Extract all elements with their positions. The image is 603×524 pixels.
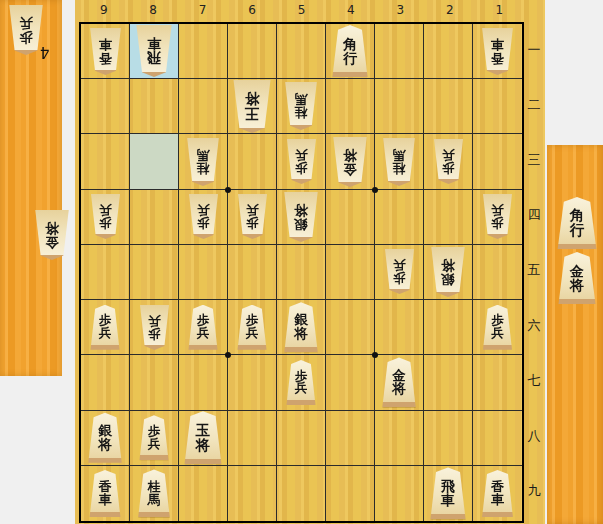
square-29[interactable]: 飛車: [424, 466, 473, 521]
koma-sente-pawn[interactable]: 歩兵: [285, 360, 318, 405]
square-48[interactable]: [326, 411, 375, 466]
koma-gote-knight[interactable]: 桂馬: [185, 138, 221, 186]
koma-kanji: 将: [392, 382, 406, 396]
koma-kanji: 兵: [491, 327, 504, 340]
koma-kanji: 馬: [148, 493, 161, 506]
square-64[interactable]: 歩兵: [228, 190, 277, 245]
koma-gote-pawn[interactable]: 歩兵: [285, 139, 318, 184]
koma-gote-pawn[interactable]: 歩兵: [138, 305, 171, 350]
koma-kanji: 将: [294, 327, 308, 341]
koma-gote-pawn[interactable]: 歩兵: [432, 139, 465, 184]
koma-gote-rook[interactable]: 飛車: [134, 25, 174, 77]
koma-kanji: 銀: [441, 272, 455, 286]
square-28[interactable]: [424, 411, 473, 466]
koma-gote-king[interactable]: 王将: [231, 80, 273, 133]
koma-kanji: 将: [245, 92, 260, 107]
square-67[interactable]: [228, 355, 277, 410]
koma-gote-pawn[interactable]: 歩兵: [383, 249, 416, 294]
square-42[interactable]: [326, 79, 375, 134]
square-14[interactable]: 歩兵: [473, 190, 522, 245]
koma-kanji: 香: [99, 51, 112, 64]
file-labels: 987654321: [79, 0, 524, 22]
koma-kanji: 車: [491, 493, 504, 506]
square-56[interactable]: 銀将: [277, 300, 326, 355]
square-17[interactable]: [473, 355, 522, 410]
square-16[interactable]: 歩兵: [473, 300, 522, 355]
square-54[interactable]: 銀将: [277, 190, 326, 245]
koma-gote-lance[interactable]: 香車: [480, 28, 515, 75]
koma-kanji: 兵: [197, 327, 210, 340]
square-58[interactable]: [277, 411, 326, 466]
square-21[interactable]: [424, 24, 473, 79]
square-71[interactable]: [179, 24, 228, 79]
square-18[interactable]: [473, 411, 522, 466]
square-63[interactable]: [228, 134, 277, 189]
square-31[interactable]: [375, 24, 424, 79]
square-74[interactable]: 歩兵: [179, 190, 228, 245]
square-62[interactable]: 王将: [228, 79, 277, 134]
star-point: [372, 352, 378, 358]
square-59[interactable]: [277, 466, 326, 521]
koma-kanji: 将: [98, 438, 112, 452]
square-93[interactable]: [81, 134, 130, 189]
square-22[interactable]: [424, 79, 473, 134]
koma-sente-lance[interactable]: 香車: [480, 470, 515, 517]
koma-kanji: 歩: [148, 327, 161, 340]
square-85[interactable]: [130, 245, 179, 300]
rank-label-8: 八: [524, 409, 544, 464]
square-94[interactable]: 歩兵: [81, 190, 130, 245]
star-point: [225, 352, 231, 358]
koma-kanji: 歩: [197, 217, 210, 230]
square-92[interactable]: [81, 79, 130, 134]
square-43[interactable]: 金将: [326, 134, 375, 189]
koma-kanji: 桂: [197, 162, 210, 175]
koma-gote-silver[interactable]: 銀将: [429, 247, 467, 297]
koma-kanji: 兵: [246, 204, 259, 217]
square-72[interactable]: [179, 79, 228, 134]
square-35[interactable]: 歩兵: [375, 245, 424, 300]
koma-sente-gold[interactable]: 金将: [380, 357, 418, 407]
file-label-1: 1: [475, 0, 524, 22]
shogi-board: 987654321 一二三四五六七八九 香車飛車角行香車王将桂馬桂馬歩兵金将桂馬…: [75, 0, 545, 524]
koma-kanji: 歩: [393, 272, 406, 285]
koma-gote-pawn[interactable]: 歩兵: [187, 194, 220, 239]
koma-kanji: 歩: [491, 217, 504, 230]
koma-kanji: 兵: [99, 204, 112, 217]
square-61[interactable]: [228, 24, 277, 79]
square-89[interactable]: 桂馬: [130, 466, 179, 521]
koma-kanji: 兵: [197, 204, 210, 217]
square-15[interactable]: [473, 245, 522, 300]
square-87[interactable]: [130, 355, 179, 410]
square-12[interactable]: [473, 79, 522, 134]
koma-kanji: 兵: [246, 327, 259, 340]
koma-sente-silver[interactable]: 銀将: [282, 302, 320, 352]
koma-kanji: 兵: [295, 382, 308, 395]
square-66[interactable]: 歩兵: [228, 300, 277, 355]
rank-label-9: 九: [524, 464, 544, 519]
koma-kanji: 桂: [393, 162, 406, 175]
square-82[interactable]: [130, 79, 179, 134]
rank-label-5: 五: [524, 243, 544, 298]
koma-kanji: 歩: [295, 162, 308, 175]
square-97[interactable]: [81, 355, 130, 410]
koma-kanji: 将: [294, 203, 308, 217]
koma-kanji: 王: [245, 106, 260, 121]
square-39[interactable]: [375, 466, 424, 521]
square-68[interactable]: [228, 411, 277, 466]
file-label-2: 2: [425, 0, 474, 22]
square-88[interactable]: 歩兵: [130, 411, 179, 466]
koma-kanji: 兵: [491, 204, 504, 217]
square-75[interactable]: [179, 245, 228, 300]
file-label-3: 3: [376, 0, 425, 22]
square-83[interactable]: [130, 134, 179, 189]
koma-kanji: 歩: [99, 217, 112, 230]
koma-kanji: 車: [99, 493, 112, 506]
square-96[interactable]: 歩兵: [81, 300, 130, 355]
koma-sente-knight[interactable]: 桂馬: [136, 469, 172, 517]
koma-sente-king[interactable]: 玉将: [182, 411, 224, 464]
square-69[interactable]: [228, 466, 277, 521]
square-13[interactable]: [473, 134, 522, 189]
koma-gote-silver[interactable]: 銀将: [282, 192, 320, 242]
square-99[interactable]: 香車: [81, 466, 130, 521]
koma-kanji: 車: [491, 38, 504, 51]
square-51[interactable]: [277, 24, 326, 79]
square-27[interactable]: [424, 355, 473, 410]
rank-label-6: 六: [524, 298, 544, 353]
koma-sente-lance[interactable]: 香車: [88, 470, 123, 517]
koma-gote-pawn[interactable]: 歩兵: [236, 194, 269, 239]
koma-kanji: 飛: [147, 51, 161, 65]
koma-sente-silver[interactable]: 銀将: [86, 413, 124, 463]
file-label-9: 9: [79, 0, 128, 22]
star-point: [225, 187, 231, 193]
rank-label-3: 三: [524, 132, 544, 187]
square-32[interactable]: [375, 79, 424, 134]
koma-kanji: 飛: [441, 479, 455, 493]
koma-kanji: 兵: [19, 16, 33, 30]
koma-kanji: 玉: [196, 423, 211, 438]
koma-sente-bishop[interactable]: 角行: [330, 25, 370, 77]
square-91[interactable]: 香車: [81, 24, 130, 79]
koma-kanji: 金: [570, 264, 584, 278]
square-44[interactable]: [326, 190, 375, 245]
koma-kanji: 桂: [295, 106, 308, 119]
koma-kanji: 歩: [246, 217, 259, 230]
koma-sente-rook[interactable]: 飛車: [428, 467, 468, 519]
square-57[interactable]: 歩兵: [277, 355, 326, 410]
koma-kanji: 歩: [19, 30, 33, 44]
square-78[interactable]: 玉将: [179, 411, 228, 466]
rank-label-7: 七: [524, 353, 544, 408]
koma-kanji: 香: [99, 480, 112, 493]
koma-gote-pawn[interactable]: 歩兵: [481, 194, 514, 239]
square-33[interactable]: 桂馬: [375, 134, 424, 189]
square-19[interactable]: 香車: [473, 466, 522, 521]
square-55[interactable]: [277, 245, 326, 300]
koma-kanji: 兵: [148, 438, 161, 451]
koma-kanji: 車: [441, 493, 455, 507]
star-point: [372, 187, 378, 193]
square-45[interactable]: [326, 245, 375, 300]
square-41[interactable]: 角行: [326, 24, 375, 79]
koma-kanji: 香: [491, 480, 504, 493]
board-grid: 香車飛車角行香車王将桂馬桂馬歩兵金将桂馬歩兵歩兵歩兵歩兵銀将歩兵歩兵銀将歩兵歩兵…: [79, 22, 524, 523]
square-46[interactable]: [326, 300, 375, 355]
square-53[interactable]: 歩兵: [277, 134, 326, 189]
square-34[interactable]: [375, 190, 424, 245]
rank-labels: 一二三四五六七八九: [524, 22, 544, 519]
koma-kanji: 兵: [99, 327, 112, 340]
koma-kanji: 馬: [197, 148, 210, 161]
koma-sente-pawn[interactable]: 歩兵: [138, 415, 171, 460]
koma-kanji: 将: [570, 278, 584, 292]
file-label-7: 7: [178, 0, 227, 22]
koma-sente-pawn[interactable]: 歩兵: [89, 305, 122, 350]
rank-label-4: 四: [524, 188, 544, 243]
square-76[interactable]: 歩兵: [179, 300, 228, 355]
koma-kanji: 桂: [148, 480, 161, 493]
square-11[interactable]: 香車: [473, 24, 522, 79]
square-26[interactable]: [424, 300, 473, 355]
square-84[interactable]: [130, 190, 179, 245]
shogi-app: 987654321 一二三四五六七八九 香車飛車角行香車王将桂馬桂馬歩兵金将桂馬…: [0, 0, 603, 524]
file-label-6: 6: [227, 0, 276, 22]
koma-kanji: 将: [196, 438, 211, 453]
square-98[interactable]: 銀将: [81, 411, 130, 466]
koma-kanji: 兵: [393, 259, 406, 272]
koma-kanji: 馬: [393, 148, 406, 161]
koma-kanji: 車: [147, 37, 161, 51]
koma-kanji: 将: [45, 221, 59, 235]
koma-gote-knight[interactable]: 桂馬: [283, 82, 319, 130]
koma-gote-knight[interactable]: 桂馬: [381, 138, 417, 186]
koma-kanji: 兵: [148, 314, 161, 327]
square-25[interactable]: 銀将: [424, 245, 473, 300]
koma-gote-pawn[interactable]: 歩兵: [89, 194, 122, 239]
koma-kanji: 香: [491, 51, 504, 64]
koma-sente-pawn[interactable]: 歩兵: [187, 305, 220, 350]
koma-kanji: 将: [343, 148, 357, 162]
koma-kanji: 将: [441, 258, 455, 272]
file-label-8: 8: [128, 0, 177, 22]
square-77[interactable]: [179, 355, 228, 410]
square-36[interactable]: [375, 300, 424, 355]
square-95[interactable]: [81, 245, 130, 300]
file-label-4: 4: [326, 0, 375, 22]
square-23[interactable]: 歩兵: [424, 134, 473, 189]
square-73[interactable]: 桂馬: [179, 134, 228, 189]
koma-kanji: 行: [343, 51, 357, 65]
koma-sente-pawn[interactable]: 歩兵: [481, 305, 514, 350]
square-38[interactable]: [375, 411, 424, 466]
square-65[interactable]: [228, 245, 277, 300]
koma-gote-gold[interactable]: 金将: [331, 137, 369, 187]
square-79[interactable]: [179, 466, 228, 521]
square-47[interactable]: [326, 355, 375, 410]
rank-label-1: 一: [524, 22, 544, 77]
koma-sente-pawn[interactable]: 歩兵: [236, 305, 269, 350]
koma-kanji: 角: [343, 37, 357, 51]
koma-kanji: 馬: [295, 93, 308, 106]
gote-hand-pawn-count: 4: [40, 43, 50, 61]
square-24[interactable]: [424, 190, 473, 245]
square-81[interactable]: 飛車: [130, 24, 179, 79]
koma-kanji: 車: [99, 38, 112, 51]
koma-kanji: 金: [45, 235, 59, 249]
koma-kanji: 行: [570, 223, 585, 238]
square-86[interactable]: 歩兵: [130, 300, 179, 355]
koma-gote-lance[interactable]: 香車: [88, 28, 123, 75]
file-label-5: 5: [277, 0, 326, 22]
gote-captured-stand: [0, 0, 62, 376]
koma-kanji: 兵: [295, 149, 308, 162]
koma-kanji: 兵: [442, 149, 455, 162]
koma-kanji: 角: [570, 208, 585, 223]
square-52[interactable]: 桂馬: [277, 79, 326, 134]
rank-label-2: 二: [524, 77, 544, 132]
koma-kanji: 歩: [442, 162, 455, 175]
square-37[interactable]: 金将: [375, 355, 424, 410]
square-49[interactable]: [326, 466, 375, 521]
